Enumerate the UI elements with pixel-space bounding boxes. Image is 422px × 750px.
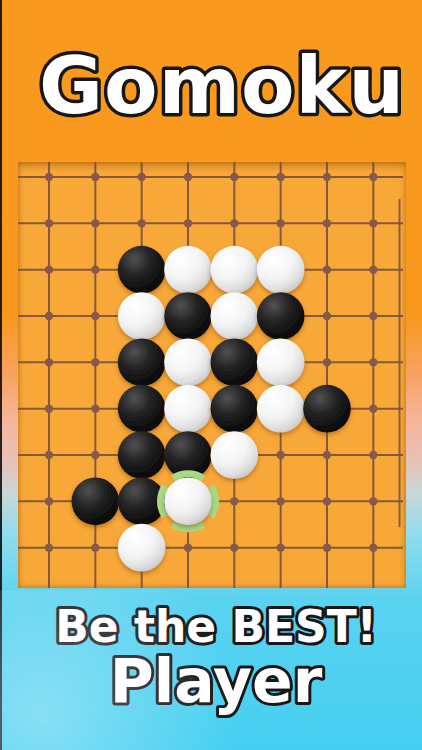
intersection-dot [137, 219, 145, 227]
stone-black [118, 246, 166, 294]
stone-white [211, 431, 259, 479]
intersection-dot [91, 173, 99, 181]
intersection-dot [323, 497, 331, 505]
stone-black [257, 292, 305, 340]
tagline-banner: Be the BEST! Player [0, 588, 422, 750]
intersection-dot [91, 358, 99, 366]
intersection-dot [45, 312, 53, 320]
stone-white [257, 339, 305, 387]
intersection-dot [323, 451, 331, 459]
intersection-dot [184, 173, 192, 181]
gomoku-grid[interactable] [18, 162, 406, 588]
intersection-dot [184, 219, 192, 227]
intersection-dot [91, 404, 99, 412]
intersection-dot [369, 173, 377, 181]
intersection-dot [45, 543, 53, 551]
intersection-dot [230, 173, 238, 181]
intersection-dot [91, 543, 99, 551]
intersection-dot [323, 265, 331, 273]
intersection-dot [323, 358, 331, 366]
intersection-dot [91, 265, 99, 273]
intersection-dot [369, 358, 377, 366]
intersection-dot [369, 451, 377, 459]
stone-white [257, 246, 305, 294]
intersection-dot [230, 543, 238, 551]
intersection-dot [276, 543, 284, 551]
tagline-line1: Be the BEST! [55, 601, 377, 652]
intersection-dot [369, 543, 377, 551]
app-title: Gomoku [39, 41, 405, 131]
intersection-dot [45, 404, 53, 412]
intersection-dot [184, 543, 192, 551]
intersection-dot [369, 497, 377, 505]
stone-white [211, 292, 259, 340]
stone-white [164, 478, 212, 526]
intersection-dot [323, 219, 331, 227]
intersection-dot [276, 219, 284, 227]
stone-black [211, 339, 259, 387]
intersection-dot [276, 451, 284, 459]
intersection-dot [91, 451, 99, 459]
stone-black [72, 478, 120, 526]
intersection-dot [369, 404, 377, 412]
game-board[interactable] [18, 162, 406, 588]
intersection-dot [45, 451, 53, 459]
stone-white [118, 524, 166, 572]
grid-lines [18, 162, 403, 588]
intersection-dot [276, 497, 284, 505]
stone-white [164, 385, 212, 433]
intersection-dot [369, 265, 377, 273]
intersection-dot [91, 312, 99, 320]
intersection-dot [45, 265, 53, 273]
intersection-dot [45, 497, 53, 505]
intersection-dot [369, 312, 377, 320]
stone-white [211, 246, 259, 294]
stone-black [164, 292, 212, 340]
stone-white [164, 246, 212, 294]
stone-black [303, 385, 351, 433]
intersection-dot [323, 173, 331, 181]
intersection-dot [323, 312, 331, 320]
intersection-dot [45, 173, 53, 181]
stone-white [164, 339, 212, 387]
intersection-dot [45, 358, 53, 366]
stone-white [257, 385, 305, 433]
intersection-dot [323, 543, 331, 551]
intersection-dot [276, 173, 284, 181]
stone-black [118, 431, 166, 479]
app-title-banner: Gomoku [0, 0, 422, 160]
stone-black [118, 339, 166, 387]
stone-black [211, 385, 259, 433]
tagline-line2: Player [110, 646, 323, 716]
stone-white [118, 292, 166, 340]
intersection-dot [230, 497, 238, 505]
intersection-dot [369, 219, 377, 227]
intersection-dot [137, 173, 145, 181]
intersection-dot [230, 219, 238, 227]
intersection-dot [91, 219, 99, 227]
stone-black [118, 385, 166, 433]
intersection-dot [45, 219, 53, 227]
